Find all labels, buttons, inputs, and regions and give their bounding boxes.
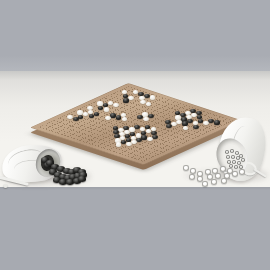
hoshi-point xyxy=(140,148,143,149)
backdrop-bottom xyxy=(0,187,270,270)
white-stone xyxy=(176,120,182,124)
white-stone xyxy=(133,90,139,94)
white-stone xyxy=(104,107,110,111)
hoshi-point xyxy=(165,110,168,111)
black-stone xyxy=(208,119,214,123)
black-stone xyxy=(98,106,104,110)
loose-white-stone xyxy=(190,168,197,173)
hoshi-point xyxy=(100,112,103,113)
product-photo-go-set xyxy=(0,0,270,270)
black-stone xyxy=(214,120,220,124)
loose-white-stone xyxy=(189,174,196,179)
hoshi-point xyxy=(70,126,73,127)
loose-white-stone xyxy=(183,165,190,170)
white-stone xyxy=(140,100,146,104)
white-stone xyxy=(150,95,156,99)
black-stone xyxy=(141,135,147,139)
white-stone xyxy=(97,101,103,105)
drawstring-knot xyxy=(3,184,8,188)
black-stone xyxy=(152,135,158,139)
loose-white-stone xyxy=(221,178,228,183)
loose-white-stone xyxy=(220,166,227,171)
black-stone xyxy=(136,138,142,142)
white-stone xyxy=(142,112,148,116)
loose-white-stone xyxy=(215,173,222,178)
white-stone xyxy=(131,140,137,144)
white-stone xyxy=(191,113,197,117)
black-stone xyxy=(78,115,84,119)
white-stone xyxy=(67,115,73,119)
white-stone xyxy=(203,121,209,125)
black-stone xyxy=(144,94,150,98)
white-stone xyxy=(77,110,83,114)
loose-white-stone xyxy=(239,169,246,174)
loose-black-stone xyxy=(78,176,86,182)
white-stone xyxy=(183,126,189,130)
white-stone xyxy=(171,122,177,126)
hoshi-point xyxy=(105,137,108,138)
white-stone xyxy=(129,127,135,131)
black-stone xyxy=(110,113,116,117)
hoshi-point xyxy=(169,135,172,136)
white-stone xyxy=(105,116,111,120)
black-stone xyxy=(73,117,79,121)
black-stone xyxy=(123,98,129,102)
loose-white-stone xyxy=(202,181,209,186)
loose-white-stone xyxy=(232,171,239,176)
black-stone xyxy=(137,115,143,119)
white-stone xyxy=(143,117,149,121)
white-stone xyxy=(116,142,122,146)
backdrop-wall xyxy=(0,0,270,71)
loose-white-stone xyxy=(211,179,218,184)
black-stone xyxy=(116,115,122,119)
